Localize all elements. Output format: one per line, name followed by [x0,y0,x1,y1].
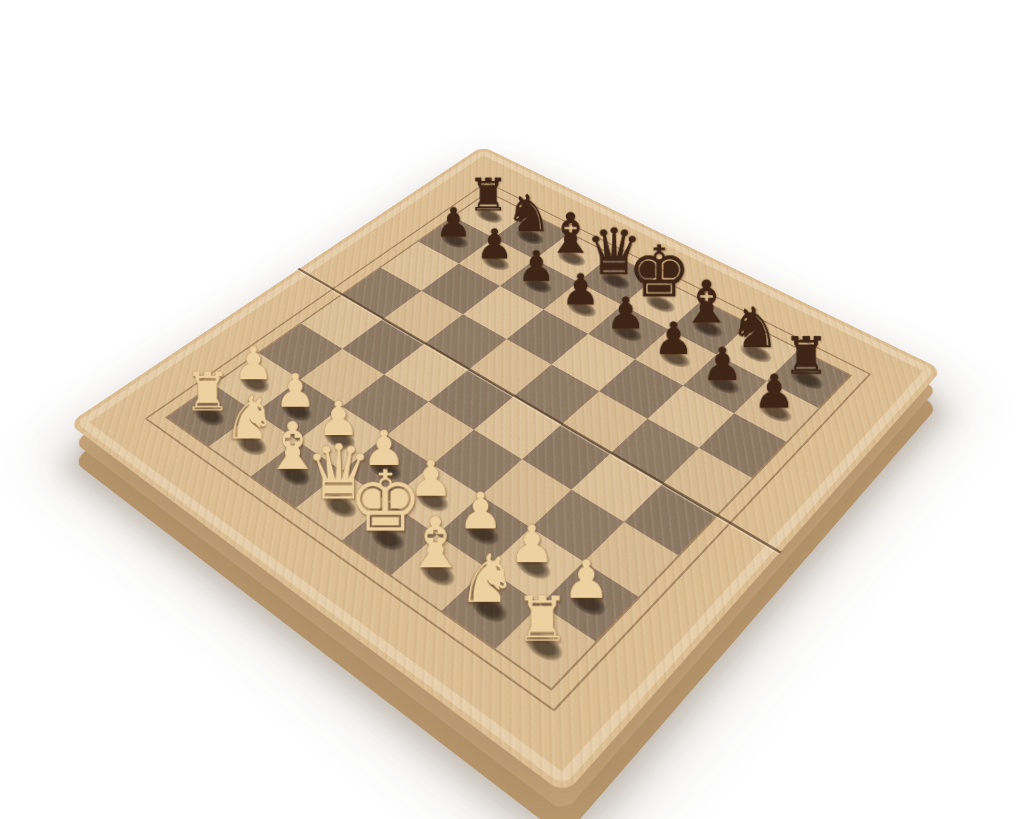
white-rook-glyph: ♜ [471,591,614,648]
black-pawn-glyph: ♟ [713,370,835,413]
photo-scene: ♜♞♝♛♚♝♞♜♟♟♟♟♟♟♟♟♟♟♟♟♟♟♟♟♜♞♝♛♚♝♞♜ [0,0,1020,819]
chess-board: ♜♞♝♛♚♝♞♜♟♟♟♟♟♟♟♟♟♟♟♟♟♟♟♟♜♞♝♛♚♝♞♜ [68,146,942,794]
piece-white-rook-h1: ♜ [495,603,596,687]
